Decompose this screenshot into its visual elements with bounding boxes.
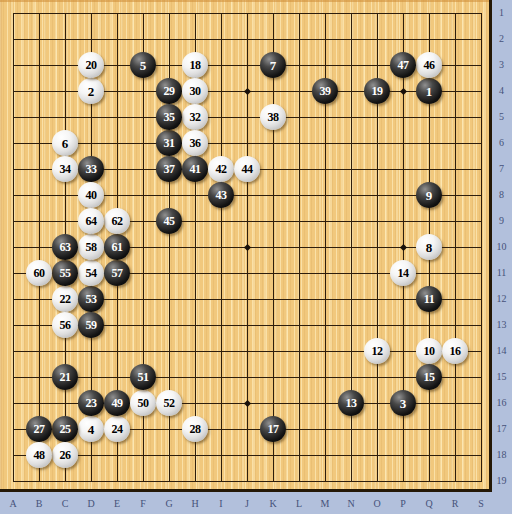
move-number: 39 [320,85,331,97]
stone-white-62: 62 [104,208,130,234]
row-label-1: 1 [492,7,511,19]
stone-black-25: 25 [52,416,78,442]
stone-black-49: 49 [104,390,130,416]
stone-white-6: 6 [52,130,78,156]
column-label-O: O [364,497,390,510]
move-number: 19 [372,85,383,97]
move-number: 7 [270,59,277,72]
move-number: 43 [216,189,227,201]
move-number: 23 [86,397,97,409]
column-label-K: K [260,497,286,510]
column-label-B: B [26,497,52,510]
stone-white-44: 44 [234,156,260,182]
stone-black-3: 3 [390,390,416,416]
stone-black-17: 17 [260,416,286,442]
move-number: 2 [88,85,95,98]
stone-white-4: 4 [78,416,104,442]
move-number: 52 [164,397,175,409]
stone-black-33: 33 [78,156,104,182]
move-number: 18 [190,59,201,71]
move-number: 22 [60,293,71,305]
row-label-8: 8 [492,189,511,201]
move-number: 36 [190,137,201,149]
stone-white-22: 22 [52,286,78,312]
stone-black-53: 53 [78,286,104,312]
stone-white-50: 50 [130,390,156,416]
stone-white-58: 58 [78,234,104,260]
move-number: 6 [62,137,69,150]
move-number: 30 [190,85,201,97]
column-label-R: R [442,497,468,510]
column-label-M: M [312,497,338,510]
move-number: 34 [60,163,71,175]
stone-black-19: 19 [364,78,390,104]
move-number: 42 [216,163,227,175]
stone-white-14: 14 [390,260,416,286]
stone-black-55: 55 [52,260,78,286]
move-number: 12 [372,345,383,357]
row-label-3: 3 [492,59,511,71]
column-label-I: I [208,497,234,510]
move-number: 4 [88,423,95,436]
move-number: 28 [190,423,201,435]
move-number: 37 [164,163,175,175]
column-label-F: F [130,497,156,510]
row-label-16: 16 [492,397,511,409]
column-label-S: S [468,497,494,510]
move-number: 3 [400,397,407,410]
move-number: 38 [268,111,279,123]
row-label-2: 2 [492,33,511,45]
stone-white-30: 30 [182,78,208,104]
move-number: 40 [86,189,97,201]
stone-white-42: 42 [208,156,234,182]
stone-black-13: 13 [338,390,364,416]
stone-white-16: 16 [442,338,468,364]
move-number: 56 [60,319,71,331]
move-number: 31 [164,137,175,149]
move-number: 9 [426,189,433,202]
stone-white-38: 38 [260,104,286,130]
move-number: 63 [60,241,71,253]
move-number: 27 [34,423,45,435]
row-label-6: 6 [492,137,511,149]
stone-white-28: 28 [182,416,208,442]
row-label-11: 11 [492,267,511,279]
move-number: 45 [164,215,175,227]
row-label-10: 10 [492,241,511,253]
stone-white-48: 48 [26,442,52,468]
stone-black-31: 31 [156,130,182,156]
stone-white-12: 12 [364,338,390,364]
stone-white-60: 60 [26,260,52,286]
stone-white-20: 20 [78,52,104,78]
move-number: 54 [86,267,97,279]
stone-white-24: 24 [104,416,130,442]
move-number: 60 [34,267,45,279]
stone-black-41: 41 [182,156,208,182]
move-number: 29 [164,85,175,97]
column-label-H: H [182,497,208,510]
column-label-P: P [390,497,416,510]
move-number: 41 [190,163,201,175]
move-number: 32 [190,111,201,123]
move-number: 16 [450,345,461,357]
stone-black-59: 59 [78,312,104,338]
move-number: 25 [60,423,71,435]
stone-black-27: 27 [26,416,52,442]
stone-black-1: 1 [416,78,442,104]
move-number: 59 [86,319,97,331]
stone-black-29: 29 [156,78,182,104]
row-label-9: 9 [492,215,511,227]
column-label-Q: Q [416,497,442,510]
stone-black-47: 47 [390,52,416,78]
row-label-4: 4 [492,85,511,97]
stone-black-51: 51 [130,364,156,390]
move-number: 64 [86,215,97,227]
stone-black-37: 37 [156,156,182,182]
stone-white-2: 2 [78,78,104,104]
stone-white-26: 26 [52,442,78,468]
row-label-13: 13 [492,319,511,331]
stone-white-40: 40 [78,182,104,208]
row-label-15: 15 [492,371,511,383]
move-number: 49 [112,397,123,409]
move-number: 10 [424,345,435,357]
stone-black-57: 57 [104,260,130,286]
move-number: 13 [346,397,357,409]
column-label-G: G [156,497,182,510]
stone-black-45: 45 [156,208,182,234]
stone-white-54: 54 [78,260,104,286]
move-number: 51 [138,371,149,383]
move-number: 55 [60,267,71,279]
column-label-L: L [286,497,312,510]
stone-black-5: 5 [130,52,156,78]
stone-white-10: 10 [416,338,442,364]
column-label-J: J [234,497,260,510]
move-number: 57 [112,267,123,279]
go-board: 1234567891011121314151617181920212223242… [0,0,492,492]
move-number: 58 [86,241,97,253]
stone-black-23: 23 [78,390,104,416]
stone-black-63: 63 [52,234,78,260]
move-number: 62 [112,215,123,227]
column-label-A: A [0,497,26,510]
stone-white-18: 18 [182,52,208,78]
row-label-18: 18 [492,449,511,461]
row-label-12: 12 [492,293,511,305]
move-number: 24 [112,423,123,435]
move-number: 46 [424,59,435,71]
stone-white-64: 64 [78,208,104,234]
move-number: 14 [398,267,409,279]
move-number: 1 [426,85,433,98]
stone-black-35: 35 [156,104,182,130]
move-number: 5 [140,59,147,72]
stone-black-39: 39 [312,78,338,104]
row-label-14: 14 [492,345,511,357]
row-label-19: 19 [492,475,511,487]
move-number: 20 [86,59,97,71]
row-label-7: 7 [492,163,511,175]
stone-black-9: 9 [416,182,442,208]
go-diagram: 1234567891011121314151617181920212223242… [0,0,512,514]
stone-black-15: 15 [416,364,442,390]
stone-white-52: 52 [156,390,182,416]
stone-white-32: 32 [182,104,208,130]
column-label-D: D [78,497,104,510]
stone-black-11: 11 [416,286,442,312]
stone-white-34: 34 [52,156,78,182]
move-number: 48 [34,449,45,461]
row-label-17: 17 [492,423,511,435]
move-number: 33 [86,163,97,175]
stone-black-61: 61 [104,234,130,260]
move-number: 53 [86,293,97,305]
stone-black-43: 43 [208,182,234,208]
move-number: 50 [138,397,149,409]
stone-black-21: 21 [52,364,78,390]
move-number: 44 [242,163,253,175]
stone-white-56: 56 [52,312,78,338]
stone-white-36: 36 [182,130,208,156]
column-label-N: N [338,497,364,510]
move-number: 35 [164,111,175,123]
row-label-5: 5 [492,111,511,123]
move-number: 26 [60,449,71,461]
move-number: 21 [60,371,71,383]
stone-white-8: 8 [416,234,442,260]
move-number: 17 [268,423,279,435]
move-number: 15 [424,371,435,383]
move-number: 11 [424,293,434,305]
move-number: 61 [112,241,123,253]
move-number: 8 [426,241,433,254]
column-label-E: E [104,497,130,510]
move-number: 47 [398,59,409,71]
column-label-C: C [52,497,78,510]
stone-white-46: 46 [416,52,442,78]
stone-black-7: 7 [260,52,286,78]
